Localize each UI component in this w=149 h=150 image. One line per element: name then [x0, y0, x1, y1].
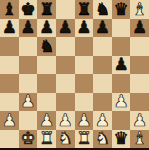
- piece-white-pawn: ♟: [113, 93, 128, 110]
- square-d3[interactable]: [56, 93, 75, 112]
- square-a1[interactable]: [0, 130, 19, 149]
- square-f2[interactable]: ♟: [93, 111, 112, 130]
- square-c4[interactable]: [37, 74, 56, 93]
- square-g1[interactable]: ♛: [112, 130, 131, 149]
- square-g8[interactable]: ♛: [112, 0, 131, 19]
- piece-black-pawn: ♟: [76, 19, 91, 36]
- piece-black-knight: ♞: [95, 0, 110, 17]
- piece-black-pawn: ♟: [58, 19, 73, 36]
- square-e6[interactable]: [75, 37, 94, 56]
- square-g4[interactable]: [112, 74, 131, 93]
- square-g5[interactable]: ♟: [112, 56, 131, 75]
- square-h2[interactable]: ♟: [130, 111, 149, 130]
- square-b2[interactable]: [19, 111, 38, 130]
- square-b1[interactable]: ♚: [19, 130, 38, 149]
- piece-black-rook: ♜: [39, 0, 54, 17]
- piece-black-knight: ♞: [39, 37, 54, 54]
- square-c5[interactable]: [37, 56, 56, 75]
- piece-white-king: ♚: [20, 130, 35, 147]
- square-d4[interactable]: [56, 74, 75, 93]
- square-a2[interactable]: ♟: [0, 111, 19, 130]
- piece-white-pawn: ♟: [132, 111, 147, 128]
- square-b5[interactable]: [19, 56, 38, 75]
- piece-black-pawn: ♟: [39, 19, 54, 36]
- piece-white-pawn: ♟: [76, 111, 91, 128]
- square-h7[interactable]: ♟: [130, 19, 149, 38]
- square-b8[interactable]: ♚: [19, 0, 38, 19]
- square-d5[interactable]: [56, 56, 75, 75]
- square-e3[interactable]: [75, 93, 94, 112]
- square-d6[interactable]: [56, 37, 75, 56]
- square-c2[interactable]: ♟: [37, 111, 56, 130]
- piece-black-pawn: ♟: [95, 19, 110, 36]
- square-d7[interactable]: ♟: [56, 19, 75, 38]
- piece-white-pawn: ♟: [95, 111, 110, 128]
- piece-black-king: ♚: [20, 0, 35, 17]
- square-d1[interactable]: ♞: [56, 130, 75, 149]
- chess-board: ♝♚♜♜♞♛♝♟♟♟♟♟♟♟♞♟♟♟♟♟♟♟♟♟♚♜♞♜♞♛♝: [0, 0, 149, 150]
- piece-white-pawn: ♟: [39, 111, 54, 128]
- square-h5[interactable]: [130, 56, 149, 75]
- square-b7[interactable]: ♟: [19, 19, 38, 38]
- square-a5[interactable]: [0, 56, 19, 75]
- square-h3[interactable]: [130, 93, 149, 112]
- piece-black-pawn: ♟: [113, 56, 128, 73]
- piece-black-pawn: ♟: [2, 19, 17, 36]
- piece-black-queen: ♛: [113, 0, 128, 17]
- square-e2[interactable]: ♟: [75, 111, 94, 130]
- square-h1[interactable]: ♝: [130, 130, 149, 149]
- square-a7[interactable]: ♟: [0, 19, 19, 38]
- square-b6[interactable]: [19, 37, 38, 56]
- square-c3[interactable]: [37, 93, 56, 112]
- square-c8[interactable]: ♜: [37, 0, 56, 19]
- square-f7[interactable]: ♟: [93, 19, 112, 38]
- square-f6[interactable]: [93, 37, 112, 56]
- square-b4[interactable]: [19, 74, 38, 93]
- square-d2[interactable]: ♟: [56, 111, 75, 130]
- square-c7[interactable]: ♟: [37, 19, 56, 38]
- board-grid: ♝♚♜♜♞♛♝♟♟♟♟♟♟♟♞♟♟♟♟♟♟♟♟♟♚♜♞♜♞♛♝: [0, 0, 149, 148]
- square-c1[interactable]: ♜: [37, 130, 56, 149]
- square-e1[interactable]: ♜: [75, 130, 94, 149]
- square-c6[interactable]: ♞: [37, 37, 56, 56]
- square-g3[interactable]: ♟: [112, 93, 131, 112]
- square-g6[interactable]: [112, 37, 131, 56]
- square-a6[interactable]: [0, 37, 19, 56]
- piece-black-pawn: ♟: [20, 19, 35, 36]
- square-d8[interactable]: [56, 0, 75, 19]
- piece-black-rook: ♜: [76, 0, 91, 17]
- piece-black-bishop: ♝: [2, 0, 17, 17]
- square-b3[interactable]: ♟: [19, 93, 38, 112]
- piece-white-bishop: ♝: [132, 130, 147, 147]
- square-e4[interactable]: [75, 74, 94, 93]
- square-f5[interactable]: [93, 56, 112, 75]
- piece-white-rook: ♜: [39, 130, 54, 147]
- square-f4[interactable]: [93, 74, 112, 93]
- piece-white-pawn: ♟: [2, 111, 17, 128]
- square-g7[interactable]: [112, 19, 131, 38]
- square-g2[interactable]: [112, 111, 131, 130]
- piece-white-knight: ♞: [58, 130, 73, 147]
- piece-white-pawn: ♟: [20, 93, 35, 110]
- square-f1[interactable]: ♞: [93, 130, 112, 149]
- piece-black-pawn: ♟: [132, 19, 147, 36]
- board-bottom-edge: [0, 148, 149, 150]
- piece-white-pawn: ♟: [58, 111, 73, 128]
- square-h8[interactable]: ♝: [130, 0, 149, 19]
- square-e5[interactable]: [75, 56, 94, 75]
- square-e8[interactable]: ♜: [75, 0, 94, 19]
- piece-white-knight: ♞: [95, 130, 110, 147]
- piece-white-rook: ♜: [76, 130, 91, 147]
- square-h4[interactable]: [130, 74, 149, 93]
- piece-black-queen: ♛: [113, 130, 128, 147]
- square-a3[interactable]: [0, 93, 19, 112]
- square-f3[interactable]: [93, 93, 112, 112]
- piece-white-bishop: ♝: [132, 0, 147, 17]
- square-a8[interactable]: ♝: [0, 0, 19, 19]
- square-h6[interactable]: [130, 37, 149, 56]
- square-e7[interactable]: ♟: [75, 19, 94, 38]
- square-f8[interactable]: ♞: [93, 0, 112, 19]
- square-a4[interactable]: [0, 74, 19, 93]
